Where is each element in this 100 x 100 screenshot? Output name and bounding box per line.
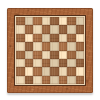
- square-f7: [59, 25, 68, 33]
- square-h6: [76, 34, 85, 42]
- square-e5: [50, 42, 59, 50]
- square-e6: [50, 34, 59, 42]
- square-d3: [42, 59, 51, 67]
- square-e7: [50, 25, 59, 33]
- square-a2: [16, 67, 25, 75]
- square-d5: [42, 42, 51, 50]
- chess-board: [7, 8, 93, 93]
- square-a3: [16, 59, 25, 67]
- square-g2: [67, 67, 76, 75]
- square-h4: [76, 51, 85, 59]
- square-f5: [59, 42, 68, 50]
- square-f2: [59, 67, 68, 75]
- square-c2: [33, 67, 42, 75]
- square-d1: [42, 76, 51, 84]
- square-g4: [67, 51, 76, 59]
- square-f8: [59, 17, 68, 25]
- square-h3: [76, 59, 85, 67]
- square-b7: [25, 25, 34, 33]
- square-c5: [33, 42, 42, 50]
- square-g1: [67, 76, 76, 84]
- square-a1: [16, 76, 25, 84]
- square-h5: [76, 42, 85, 50]
- square-b6: [25, 34, 34, 42]
- square-h8: [76, 17, 85, 25]
- square-e3: [50, 59, 59, 67]
- square-e8: [50, 17, 59, 25]
- square-d8: [42, 17, 51, 25]
- square-b5: [25, 42, 34, 50]
- square-e4: [50, 51, 59, 59]
- square-b4: [25, 51, 34, 59]
- square-a4: [16, 51, 25, 59]
- square-b1: [25, 76, 34, 84]
- square-g5: [67, 42, 76, 50]
- square-g3: [67, 59, 76, 67]
- square-a8: [16, 17, 25, 25]
- square-c1: [33, 76, 42, 84]
- square-d7: [42, 25, 51, 33]
- square-f3: [59, 59, 68, 67]
- square-d2: [42, 67, 51, 75]
- square-b8: [25, 17, 34, 25]
- square-g8: [67, 17, 76, 25]
- square-g6: [67, 34, 76, 42]
- square-c6: [33, 34, 42, 42]
- square-h1: [76, 76, 85, 84]
- square-a5: [16, 42, 25, 50]
- board-inner-frame: [14, 15, 86, 86]
- square-h2: [76, 67, 85, 75]
- page: [0, 0, 100, 100]
- square-f6: [59, 34, 68, 42]
- square-f1: [59, 76, 68, 84]
- square-h7: [76, 25, 85, 33]
- square-d6: [42, 34, 51, 42]
- square-d4: [42, 51, 51, 59]
- square-c4: [33, 51, 42, 59]
- square-e1: [50, 76, 59, 84]
- square-a6: [16, 34, 25, 42]
- square-e2: [50, 67, 59, 75]
- square-c3: [33, 59, 42, 67]
- square-b3: [25, 59, 34, 67]
- square-c8: [33, 17, 42, 25]
- square-c7: [33, 25, 42, 33]
- square-b2: [25, 67, 34, 75]
- square-f4: [59, 51, 68, 59]
- square-a7: [16, 25, 25, 33]
- square-g7: [67, 25, 76, 33]
- board-grid: [16, 17, 84, 84]
